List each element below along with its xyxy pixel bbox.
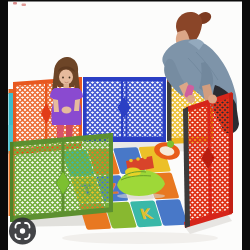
girl-eye [62, 77, 64, 79]
woman-right-hand [208, 95, 217, 104]
panel-front-right-red [183, 92, 233, 228]
blue-panel-left-post [83, 77, 87, 142]
girl-hands [62, 107, 72, 114]
tile-scallop [136, 157, 140, 161]
screenshot: Z T K K [0, 0, 250, 250]
blue-panel-top-rail [83, 77, 166, 81]
hinge-post [167, 77, 172, 141]
panel-front-green [10, 133, 113, 222]
red-panel-right-post [229, 93, 233, 214]
green-panel-right-post [109, 133, 113, 212]
photo-edge-speck [13, 2, 17, 5]
green-panel-left-post [10, 142, 14, 222]
google-lens-icon-dot [20, 228, 25, 233]
girl-eye [69, 77, 71, 79]
girl-neck [64, 84, 70, 88]
tile-scallop [129, 159, 133, 163]
google-lens-button[interactable] [9, 218, 36, 245]
girl-face [59, 70, 73, 85]
blue-panel-right-post [163, 77, 167, 142]
photo-edge-speck [22, 4, 27, 7]
tile-scallop [143, 156, 147, 160]
photo-illustration: Z T K K [0, 0, 250, 250]
woman-left-hand [187, 95, 195, 103]
panel-back-blue [83, 77, 166, 142]
